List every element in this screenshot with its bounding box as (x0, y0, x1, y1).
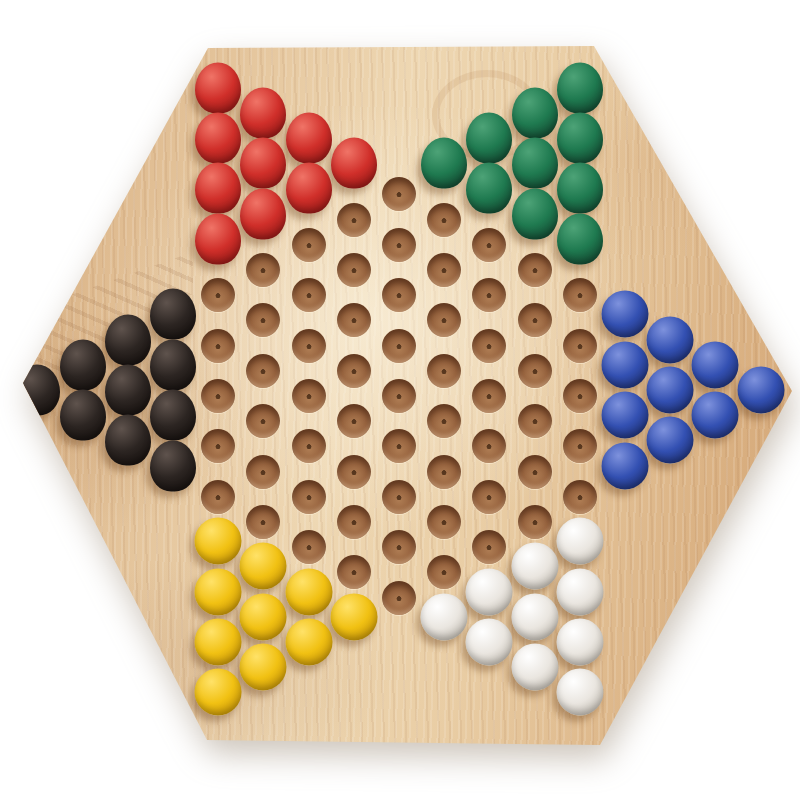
peg-yellow[interactable] (285, 568, 332, 615)
peg-black[interactable] (105, 314, 151, 365)
board (0, 0, 800, 800)
hole[interactable] (518, 303, 552, 337)
peg-yellow[interactable] (195, 669, 242, 716)
hole[interactable] (382, 581, 416, 615)
peg-red[interactable] (195, 163, 241, 214)
peg-blue[interactable] (737, 367, 784, 414)
peg-green[interactable] (421, 138, 467, 189)
peg-yellow[interactable] (195, 619, 242, 666)
hole[interactable] (337, 404, 371, 438)
hole[interactable] (337, 455, 371, 489)
peg-white[interactable] (556, 568, 603, 615)
hole[interactable] (246, 253, 280, 287)
peg-blue[interactable] (602, 392, 649, 439)
hole[interactable] (472, 228, 506, 262)
hole[interactable] (382, 480, 416, 514)
hole[interactable] (337, 253, 371, 287)
peg-blue[interactable] (602, 341, 649, 388)
peg-blue[interactable] (647, 417, 694, 464)
hole[interactable] (246, 354, 280, 388)
hole[interactable] (563, 429, 597, 463)
hole[interactable] (518, 404, 552, 438)
hole[interactable] (427, 555, 461, 589)
hole[interactable] (337, 303, 371, 337)
hole[interactable] (292, 228, 326, 262)
photo-background (0, 0, 800, 800)
peg-yellow[interactable] (240, 644, 287, 691)
peg-red[interactable] (286, 113, 332, 164)
hole[interactable] (246, 505, 280, 539)
peg-black[interactable] (105, 415, 151, 466)
hole[interactable] (337, 354, 371, 388)
peg-black[interactable] (150, 440, 196, 491)
hole[interactable] (427, 404, 461, 438)
peg-red[interactable] (286, 163, 332, 214)
hole[interactable] (563, 329, 597, 363)
hole[interactable] (472, 429, 506, 463)
hole[interactable] (292, 530, 326, 564)
peg-green[interactable] (466, 113, 512, 164)
hole[interactable] (201, 379, 235, 413)
peg-green[interactable] (466, 163, 512, 214)
peg-red[interactable] (195, 62, 241, 113)
peg-white[interactable] (466, 619, 513, 666)
hole[interactable] (201, 480, 235, 514)
peg-yellow[interactable] (330, 593, 377, 640)
hole[interactable] (518, 354, 552, 388)
hole[interactable] (292, 329, 326, 363)
peg-blue[interactable] (647, 367, 694, 414)
hole[interactable] (427, 203, 461, 237)
peg-green[interactable] (557, 163, 603, 214)
peg-green[interactable] (512, 188, 558, 239)
hole[interactable] (472, 480, 506, 514)
hole[interactable] (563, 379, 597, 413)
hole[interactable] (201, 278, 235, 312)
peg-blue[interactable] (692, 341, 739, 388)
peg-white[interactable] (511, 543, 558, 590)
peg-yellow[interactable] (195, 518, 242, 565)
peg-white[interactable] (556, 619, 603, 666)
peg-black[interactable] (150, 339, 196, 390)
peg-red[interactable] (195, 213, 241, 264)
peg-white[interactable] (511, 593, 558, 640)
hole[interactable] (337, 505, 371, 539)
hole[interactable] (518, 253, 552, 287)
hole[interactable] (472, 530, 506, 564)
hole[interactable] (427, 354, 461, 388)
peg-red[interactable] (240, 87, 286, 138)
hole[interactable] (337, 203, 371, 237)
peg-yellow[interactable] (240, 593, 287, 640)
peg-black[interactable] (150, 390, 196, 441)
peg-black[interactable] (14, 365, 60, 416)
peg-red[interactable] (331, 138, 377, 189)
peg-white[interactable] (421, 593, 468, 640)
hole[interactable] (382, 530, 416, 564)
hole[interactable] (427, 455, 461, 489)
peg-green[interactable] (512, 87, 558, 138)
peg-black[interactable] (60, 390, 106, 441)
peg-white[interactable] (556, 669, 603, 716)
hole[interactable] (563, 278, 597, 312)
hole[interactable] (292, 480, 326, 514)
peg-yellow[interactable] (195, 568, 242, 615)
peg-green[interactable] (512, 138, 558, 189)
hole[interactable] (292, 429, 326, 463)
peg-black[interactable] (105, 365, 151, 416)
peg-black[interactable] (60, 339, 106, 390)
peg-green[interactable] (557, 62, 603, 113)
peg-red[interactable] (195, 113, 241, 164)
hole[interactable] (382, 278, 416, 312)
hole[interactable] (563, 480, 597, 514)
peg-black[interactable] (150, 289, 196, 340)
hole[interactable] (472, 379, 506, 413)
hole[interactable] (518, 455, 552, 489)
hole[interactable] (201, 329, 235, 363)
hole[interactable] (246, 455, 280, 489)
hole[interactable] (427, 505, 461, 539)
peg-red[interactable] (240, 138, 286, 189)
hole[interactable] (518, 505, 552, 539)
hole[interactable] (382, 429, 416, 463)
peg-white[interactable] (556, 518, 603, 565)
hole[interactable] (427, 253, 461, 287)
peg-white[interactable] (511, 644, 558, 691)
hole[interactable] (472, 329, 506, 363)
peg-green[interactable] (557, 213, 603, 264)
peg-yellow[interactable] (285, 619, 332, 666)
hole[interactable] (292, 379, 326, 413)
hole[interactable] (382, 228, 416, 262)
hole[interactable] (201, 429, 235, 463)
hole[interactable] (382, 329, 416, 363)
hole[interactable] (292, 278, 326, 312)
peg-blue[interactable] (647, 316, 694, 363)
board-shadow (0, 0, 800, 800)
peg-blue[interactable] (602, 442, 649, 489)
hole[interactable] (472, 278, 506, 312)
peg-blue[interactable] (692, 392, 739, 439)
hole[interactable] (382, 177, 416, 211)
hole[interactable] (246, 404, 280, 438)
hole[interactable] (382, 379, 416, 413)
hole[interactable] (246, 303, 280, 337)
peg-red[interactable] (240, 188, 286, 239)
peg-blue[interactable] (602, 291, 649, 338)
peg-white[interactable] (466, 568, 513, 615)
peg-green[interactable] (557, 113, 603, 164)
peg-yellow[interactable] (240, 543, 287, 590)
hole[interactable] (337, 555, 371, 589)
hole[interactable] (427, 303, 461, 337)
